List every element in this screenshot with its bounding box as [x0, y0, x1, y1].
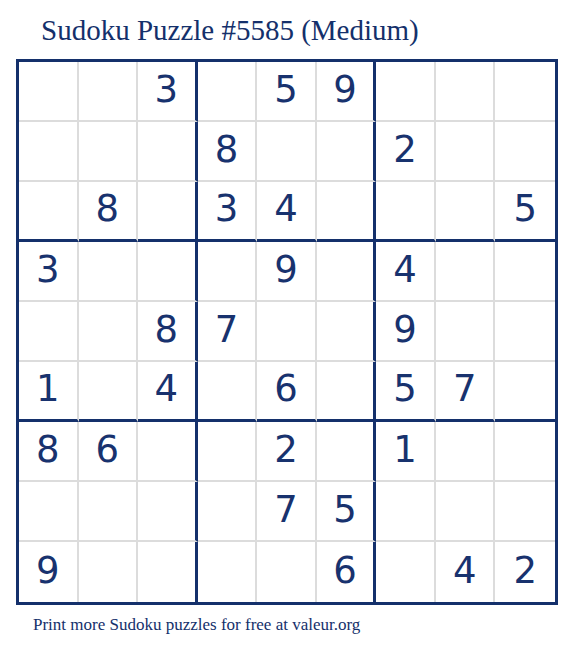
cell-r1c4	[198, 62, 258, 122]
cell-r9c4	[198, 542, 258, 602]
cell-r8c7	[376, 482, 436, 542]
cell-r9c7	[376, 542, 436, 602]
footer-text: Print more Sudoku puzzles for free at va…	[33, 615, 360, 635]
cell-r4c6	[317, 242, 377, 302]
cell-r2c4: 8	[198, 122, 258, 182]
cell-r9c3	[138, 542, 198, 602]
cell-r4c2	[79, 242, 139, 302]
cell-r4c7: 4	[376, 242, 436, 302]
cell-r3c2: 8	[79, 182, 139, 242]
cell-r4c8	[436, 242, 496, 302]
cell-r9c9: 2	[495, 542, 555, 602]
cell-r2c9	[495, 122, 555, 182]
cell-r8c9	[495, 482, 555, 542]
cell-r4c4	[198, 242, 258, 302]
cell-r6c6	[317, 362, 377, 422]
cell-r7c4	[198, 422, 258, 482]
cell-r6c1: 1	[19, 362, 79, 422]
cell-r7c8	[436, 422, 496, 482]
cell-r9c6: 6	[317, 542, 377, 602]
cell-r6c9	[495, 362, 555, 422]
cell-r1c2	[79, 62, 139, 122]
cell-r7c2: 6	[79, 422, 139, 482]
cell-r3c3	[138, 182, 198, 242]
sudoku-board: 359828345394879146578621759642	[16, 59, 558, 605]
cell-r7c6	[317, 422, 377, 482]
cell-r3c9: 5	[495, 182, 555, 242]
cell-r2c1	[19, 122, 79, 182]
sudoku-page: Sudoku Puzzle #5585 (Medium) 35982834539…	[0, 0, 574, 651]
cell-r8c2	[79, 482, 139, 542]
cell-r5c9	[495, 302, 555, 362]
cell-r5c8	[436, 302, 496, 362]
cell-r8c8	[436, 482, 496, 542]
cell-r5c1	[19, 302, 79, 362]
cell-r2c7: 2	[376, 122, 436, 182]
cell-r5c5	[257, 302, 317, 362]
cell-r4c9	[495, 242, 555, 302]
cell-r5c4: 7	[198, 302, 258, 362]
cell-r8c3	[138, 482, 198, 542]
cell-r8c4	[198, 482, 258, 542]
cell-r7c9	[495, 422, 555, 482]
cell-r6c7: 5	[376, 362, 436, 422]
cell-r7c1: 8	[19, 422, 79, 482]
cell-r6c4	[198, 362, 258, 422]
cell-r1c9	[495, 62, 555, 122]
cell-r5c2	[79, 302, 139, 362]
cell-r3c4: 3	[198, 182, 258, 242]
cell-r6c2	[79, 362, 139, 422]
cell-r7c3	[138, 422, 198, 482]
cell-r9c8: 4	[436, 542, 496, 602]
cell-r8c1	[19, 482, 79, 542]
cell-r4c1: 3	[19, 242, 79, 302]
cell-r5c7: 9	[376, 302, 436, 362]
cell-r1c6: 9	[317, 62, 377, 122]
cell-r7c5: 2	[257, 422, 317, 482]
page-title: Sudoku Puzzle #5585 (Medium)	[41, 14, 419, 47]
cell-r4c5: 9	[257, 242, 317, 302]
cell-r9c1: 9	[19, 542, 79, 602]
cell-r3c7	[376, 182, 436, 242]
cell-r4c3	[138, 242, 198, 302]
cell-r8c5: 7	[257, 482, 317, 542]
cell-r2c5	[257, 122, 317, 182]
cell-r5c3: 8	[138, 302, 198, 362]
cell-r1c1	[19, 62, 79, 122]
cell-r1c8	[436, 62, 496, 122]
cell-r3c6	[317, 182, 377, 242]
cell-r6c5: 6	[257, 362, 317, 422]
cell-r6c8: 7	[436, 362, 496, 422]
cell-r3c1	[19, 182, 79, 242]
cell-r3c8	[436, 182, 496, 242]
cell-r2c2	[79, 122, 139, 182]
cell-r9c5	[257, 542, 317, 602]
cell-r5c6	[317, 302, 377, 362]
cell-r7c7: 1	[376, 422, 436, 482]
cell-r1c5: 5	[257, 62, 317, 122]
cell-r1c7	[376, 62, 436, 122]
cell-r2c6	[317, 122, 377, 182]
cell-r6c3: 4	[138, 362, 198, 422]
cell-r2c8	[436, 122, 496, 182]
cell-r9c2	[79, 542, 139, 602]
cell-r1c3: 3	[138, 62, 198, 122]
cell-r2c3	[138, 122, 198, 182]
cell-r8c6: 5	[317, 482, 377, 542]
cell-r3c5: 4	[257, 182, 317, 242]
